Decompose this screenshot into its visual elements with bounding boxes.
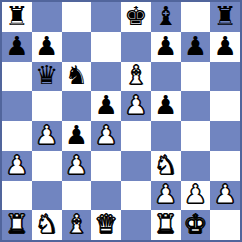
square-d6[interactable]: [91, 62, 121, 92]
black-pawn-d5: ♟: [94, 92, 117, 118]
black-pawn-g7: ♟: [184, 33, 207, 59]
square-e8[interactable]: ♚: [121, 2, 151, 32]
square-f3[interactable]: ♞: [151, 151, 181, 181]
white-knight-b1: ♞: [35, 211, 58, 237]
square-f1[interactable]: ♜: [151, 210, 181, 240]
square-c5[interactable]: [62, 91, 92, 121]
white-bishop-c1: ♝: [65, 211, 88, 237]
white-pawn-a3: ♟: [5, 152, 28, 178]
square-h6[interactable]: [210, 62, 240, 92]
black-pawn-a7: ♟: [5, 33, 28, 59]
square-h7[interactable]: ♟: [210, 32, 240, 62]
white-pawn-b4: ♟: [35, 122, 58, 148]
white-pawn-f2: ♟: [154, 181, 177, 207]
square-a6[interactable]: [2, 62, 32, 92]
square-b8[interactable]: [32, 2, 62, 32]
square-g2[interactable]: ♟: [181, 181, 211, 211]
black-pawn-b7: ♟: [35, 33, 58, 59]
square-e5[interactable]: ♟: [121, 91, 151, 121]
square-g1[interactable]: ♚: [181, 210, 211, 240]
black-queen-b6: ♛: [35, 62, 58, 88]
square-h8[interactable]: ♜: [210, 2, 240, 32]
square-a1[interactable]: ♜: [2, 210, 32, 240]
white-pawn-e5: ♟: [124, 92, 147, 118]
white-knight-f3: ♞: [154, 152, 177, 178]
square-c8[interactable]: [62, 2, 92, 32]
square-b5[interactable]: [32, 91, 62, 121]
square-a4[interactable]: [2, 121, 32, 151]
white-bishop-e6: ♝: [124, 62, 147, 88]
black-rook-h8: ♜: [213, 3, 236, 29]
square-d1[interactable]: ♛: [91, 210, 121, 240]
square-f4[interactable]: [151, 121, 181, 151]
black-pawn-c4: ♟: [65, 122, 88, 148]
square-c7[interactable]: [62, 32, 92, 62]
square-c3[interactable]: ♟: [62, 151, 92, 181]
white-rook-a1: ♜: [5, 211, 28, 237]
square-g5[interactable]: [181, 91, 211, 121]
square-e7[interactable]: [121, 32, 151, 62]
white-pawn-c3: ♟: [65, 152, 88, 178]
square-b7[interactable]: ♟: [32, 32, 62, 62]
white-pawn-d4: ♟: [94, 122, 117, 148]
square-c6[interactable]: ♞: [62, 62, 92, 92]
square-b3[interactable]: [32, 151, 62, 181]
square-d2[interactable]: [91, 181, 121, 211]
square-d3[interactable]: [91, 151, 121, 181]
square-a7[interactable]: ♟: [2, 32, 32, 62]
square-g4[interactable]: [181, 121, 211, 151]
square-h5[interactable]: [210, 91, 240, 121]
black-king-e8: ♚: [124, 3, 147, 29]
black-bishop-f8: ♝: [154, 3, 177, 29]
square-e6[interactable]: ♝: [121, 62, 151, 92]
chess-board: ♜♚♝♜♟♟♟♟♟♛♞♝♟♟♟♟♟♟♟♟♞♟♟♟♜♞♝♛♜♚: [0, 0, 242, 242]
square-h1[interactable]: [210, 210, 240, 240]
white-king-g1: ♚: [184, 211, 207, 237]
square-g8[interactable]: [181, 2, 211, 32]
square-g7[interactable]: ♟: [181, 32, 211, 62]
square-f5[interactable]: ♟: [151, 91, 181, 121]
square-b1[interactable]: ♞: [32, 210, 62, 240]
black-pawn-h7: ♟: [213, 33, 236, 59]
square-c2[interactable]: [62, 181, 92, 211]
square-a8[interactable]: ♜: [2, 2, 32, 32]
square-e1[interactable]: [121, 210, 151, 240]
square-d7[interactable]: [91, 32, 121, 62]
square-f2[interactable]: ♟: [151, 181, 181, 211]
square-b4[interactable]: ♟: [32, 121, 62, 151]
square-h4[interactable]: [210, 121, 240, 151]
square-f7[interactable]: ♟: [151, 32, 181, 62]
white-queen-d1: ♛: [94, 211, 117, 237]
square-e2[interactable]: [121, 181, 151, 211]
square-f8[interactable]: ♝: [151, 2, 181, 32]
square-e4[interactable]: [121, 121, 151, 151]
white-pawn-g2: ♟: [184, 181, 207, 207]
white-rook-f1: ♜: [154, 211, 177, 237]
black-pawn-f5: ♟: [154, 92, 177, 118]
square-a3[interactable]: ♟: [2, 151, 32, 181]
square-g6[interactable]: [181, 62, 211, 92]
square-b2[interactable]: [32, 181, 62, 211]
square-g3[interactable]: [181, 151, 211, 181]
black-pawn-f7: ♟: [154, 33, 177, 59]
square-d8[interactable]: [91, 2, 121, 32]
black-knight-c6: ♞: [65, 62, 88, 88]
square-e3[interactable]: [121, 151, 151, 181]
square-c1[interactable]: ♝: [62, 210, 92, 240]
square-a5[interactable]: [2, 91, 32, 121]
square-d4[interactable]: ♟: [91, 121, 121, 151]
square-b6[interactable]: ♛: [32, 62, 62, 92]
square-c4[interactable]: ♟: [62, 121, 92, 151]
white-pawn-h2: ♟: [213, 181, 236, 207]
square-d5[interactable]: ♟: [91, 91, 121, 121]
square-f6[interactable]: [151, 62, 181, 92]
square-h3[interactable]: [210, 151, 240, 181]
square-h2[interactable]: ♟: [210, 181, 240, 211]
square-a2[interactable]: [2, 181, 32, 211]
black-rook-a8: ♜: [5, 3, 28, 29]
